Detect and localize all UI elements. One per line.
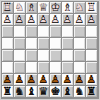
square-g3[interactable] bbox=[74, 26, 86, 38]
square-d8[interactable]: ♛♕ bbox=[38, 86, 50, 98]
square-c3[interactable] bbox=[26, 26, 38, 38]
square-d5[interactable] bbox=[38, 50, 50, 62]
square-d4[interactable] bbox=[38, 38, 50, 50]
square-a5[interactable] bbox=[2, 50, 14, 62]
white-bishop-outline: ♗ bbox=[26, 2, 37, 13]
square-g2[interactable]: ♟♙ bbox=[74, 14, 86, 26]
black-knight-outline: ♘ bbox=[74, 86, 85, 97]
white-rook-outline: ♖ bbox=[2, 2, 13, 13]
black-queen[interactable]: ♛♕ bbox=[38, 86, 49, 97]
white-knight[interactable]: ♞♘ bbox=[74, 2, 85, 13]
black-knight[interactable]: ♞♘ bbox=[74, 86, 85, 97]
white-king-outline: ♔ bbox=[50, 2, 61, 13]
white-bishop-outline: ♗ bbox=[62, 2, 73, 13]
square-g8[interactable]: ♞♘ bbox=[74, 86, 86, 98]
white-knight-outline: ♘ bbox=[74, 2, 85, 13]
black-pawn-outline: ♙ bbox=[62, 74, 73, 85]
white-pawn[interactable]: ♟♙ bbox=[2, 14, 13, 25]
black-bishop[interactable]: ♝♗ bbox=[26, 86, 37, 97]
black-knight-outline: ♘ bbox=[14, 86, 25, 97]
black-bishop-outline: ♗ bbox=[62, 86, 73, 97]
chess-app-window: ♜♖♞♘♝♗♛♕♚♔♝♗♞♘♜♖♟♙♟♙♟♙♟♙♟♙♟♙♟♙♟♙♟♙♟♙♟♙♟♙… bbox=[0, 0, 100, 100]
square-a4[interactable] bbox=[2, 38, 14, 50]
square-f4[interactable] bbox=[62, 38, 74, 50]
square-c4[interactable] bbox=[26, 38, 38, 50]
black-pawn-outline: ♙ bbox=[50, 74, 61, 85]
white-queen[interactable]: ♛♕ bbox=[38, 2, 49, 13]
square-a2[interactable]: ♟♙ bbox=[2, 14, 14, 26]
white-bishop[interactable]: ♝♗ bbox=[26, 2, 37, 13]
square-c5[interactable] bbox=[26, 50, 38, 62]
black-bishop[interactable]: ♝♗ bbox=[62, 86, 73, 97]
black-bishop-outline: ♗ bbox=[26, 86, 37, 97]
black-pawn-outline: ♙ bbox=[2, 74, 13, 85]
black-pawn-outline: ♙ bbox=[86, 74, 97, 85]
white-pawn-outline: ♙ bbox=[50, 14, 61, 25]
white-queen-outline: ♕ bbox=[38, 2, 49, 13]
square-e8[interactable]: ♚♔ bbox=[50, 86, 62, 98]
white-pawn[interactable]: ♟♙ bbox=[62, 14, 73, 25]
white-pawn[interactable]: ♟♙ bbox=[38, 14, 49, 25]
square-h2[interactable]: ♟♙ bbox=[86, 14, 98, 26]
white-bishop[interactable]: ♝♗ bbox=[62, 2, 73, 13]
black-pawn-outline: ♙ bbox=[74, 74, 85, 85]
square-c8[interactable]: ♝♗ bbox=[26, 86, 38, 98]
black-pawn[interactable]: ♟♙ bbox=[38, 74, 49, 85]
square-d3[interactable] bbox=[38, 26, 50, 38]
square-h3[interactable] bbox=[86, 26, 98, 38]
square-f8[interactable]: ♝♗ bbox=[62, 86, 74, 98]
square-e4[interactable] bbox=[50, 38, 62, 50]
black-rook-outline: ♖ bbox=[2, 86, 13, 97]
black-king[interactable]: ♚♔ bbox=[50, 86, 61, 97]
white-king[interactable]: ♚♔ bbox=[50, 2, 61, 13]
square-b3[interactable] bbox=[14, 26, 26, 38]
black-rook[interactable]: ♜♖ bbox=[86, 86, 97, 97]
white-pawn[interactable]: ♟♙ bbox=[14, 14, 25, 25]
white-pawn-outline: ♙ bbox=[14, 14, 25, 25]
black-queen-outline: ♕ bbox=[38, 86, 49, 97]
black-rook[interactable]: ♜♖ bbox=[2, 86, 13, 97]
square-b4[interactable] bbox=[14, 38, 26, 50]
square-g5[interactable] bbox=[74, 50, 86, 62]
white-pawn-outline: ♙ bbox=[26, 14, 37, 25]
white-knight-outline: ♘ bbox=[14, 2, 25, 13]
white-pawn-outline: ♙ bbox=[62, 14, 73, 25]
black-pawn-outline: ♙ bbox=[38, 74, 49, 85]
white-rook[interactable]: ♜♖ bbox=[86, 2, 97, 13]
black-pawn[interactable]: ♟♙ bbox=[14, 74, 25, 85]
white-pawn[interactable]: ♟♙ bbox=[26, 14, 37, 25]
white-rook[interactable]: ♜♖ bbox=[2, 2, 13, 13]
square-d2[interactable]: ♟♙ bbox=[38, 14, 50, 26]
white-rook-outline: ♖ bbox=[86, 2, 97, 13]
square-a3[interactable] bbox=[2, 26, 14, 38]
black-pawn-outline: ♙ bbox=[14, 74, 25, 85]
white-pawn-outline: ♙ bbox=[86, 14, 97, 25]
black-pawn[interactable]: ♟♙ bbox=[86, 74, 97, 85]
black-pawn[interactable]: ♟♙ bbox=[50, 74, 61, 85]
square-f2[interactable]: ♟♙ bbox=[62, 14, 74, 26]
square-e2[interactable]: ♟♙ bbox=[50, 14, 62, 26]
square-c2[interactable]: ♟♙ bbox=[26, 14, 38, 26]
white-pawn[interactable]: ♟♙ bbox=[86, 14, 97, 25]
chess-board: ♜♖♞♘♝♗♛♕♚♔♝♗♞♘♜♖♟♙♟♙♟♙♟♙♟♙♟♙♟♙♟♙♟♙♟♙♟♙♟♙… bbox=[1, 1, 99, 99]
square-f5[interactable] bbox=[62, 50, 74, 62]
square-a8[interactable]: ♜♖ bbox=[2, 86, 14, 98]
white-pawn-outline: ♙ bbox=[2, 14, 13, 25]
square-b8[interactable]: ♞♘ bbox=[14, 86, 26, 98]
black-king-outline: ♔ bbox=[50, 86, 61, 97]
square-f3[interactable] bbox=[62, 26, 74, 38]
square-e3[interactable] bbox=[50, 26, 62, 38]
square-h4[interactable] bbox=[86, 38, 98, 50]
white-pawn[interactable]: ♟♙ bbox=[74, 14, 85, 25]
square-e5[interactable] bbox=[50, 50, 62, 62]
square-g4[interactable] bbox=[74, 38, 86, 50]
black-rook-outline: ♖ bbox=[86, 86, 97, 97]
white-pawn-outline: ♙ bbox=[74, 14, 85, 25]
square-b2[interactable]: ♟♙ bbox=[14, 14, 26, 26]
white-pawn[interactable]: ♟♙ bbox=[50, 14, 61, 25]
black-pawn[interactable]: ♟♙ bbox=[26, 74, 37, 85]
black-pawn-outline: ♙ bbox=[26, 74, 37, 85]
black-pawn[interactable]: ♟♙ bbox=[74, 74, 85, 85]
square-h5[interactable] bbox=[86, 50, 98, 62]
square-b5[interactable] bbox=[14, 50, 26, 62]
square-h8[interactable]: ♜♖ bbox=[86, 86, 98, 98]
black-knight[interactable]: ♞♘ bbox=[14, 86, 25, 97]
black-pawn[interactable]: ♟♙ bbox=[2, 74, 13, 85]
white-pawn-outline: ♙ bbox=[38, 14, 49, 25]
black-pawn[interactable]: ♟♙ bbox=[62, 74, 73, 85]
white-knight[interactable]: ♞♘ bbox=[14, 2, 25, 13]
